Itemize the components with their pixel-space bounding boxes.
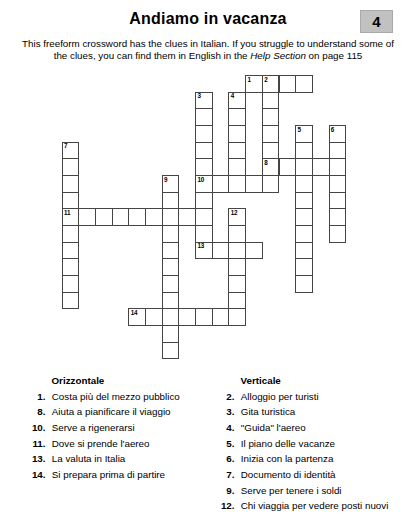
grid-cell[interactable] <box>295 225 313 243</box>
grid-cell[interactable] <box>329 158 347 176</box>
grid-cell[interactable] <box>62 292 80 310</box>
intro-line-2-italic: Help Section <box>250 50 306 61</box>
cell-number: 3 <box>197 93 200 100</box>
cell-number: 7 <box>64 143 67 150</box>
clues-down-list: Verticale 2.Alloggio per turisti3.Gita t… <box>209 373 416 514</box>
clue-number: 7. <box>209 467 235 483</box>
clue-text: Alloggio per turisti <box>241 389 319 405</box>
cell-number: 4 <box>231 93 234 100</box>
clue-item: 14.Si prepara prima di partire <box>20 467 208 483</box>
grid-cell[interactable] <box>62 275 80 293</box>
clue-number: 1. <box>20 389 46 405</box>
grid-cell[interactable] <box>62 242 80 260</box>
grid-cell[interactable]: 13 <box>195 242 213 260</box>
grid-cell[interactable] <box>295 142 313 160</box>
grid-cell[interactable] <box>62 175 80 193</box>
grid-cell[interactable] <box>329 208 347 226</box>
clue-item: 5.Il piano delle vacanze <box>209 436 416 452</box>
grid-cell[interactable] <box>162 292 180 310</box>
grid-cell[interactable] <box>128 208 146 226</box>
cell-number: 8 <box>264 160 267 167</box>
grid-cell[interactable] <box>62 225 80 243</box>
grid-cell[interactable] <box>195 108 213 126</box>
cell-number: 11 <box>64 210 70 217</box>
clue-item: 12.Chi viaggia per vedere posti nuovi <box>209 498 416 514</box>
grid-cell[interactable]: 3 <box>195 92 213 110</box>
grid-cell[interactable] <box>262 125 280 143</box>
clue-text: "Guida" l'aereo <box>241 420 306 436</box>
clue-item: 2.Alloggio per turisti <box>209 389 416 405</box>
grid-cell[interactable]: 14 <box>128 308 146 326</box>
grid-cell[interactable] <box>62 258 80 276</box>
grid-cell[interactable] <box>295 258 313 276</box>
clue-number: 14. <box>20 467 46 483</box>
grid-cell[interactable] <box>95 208 113 226</box>
grid-cell[interactable] <box>228 158 246 176</box>
grid-cell[interactable] <box>245 242 263 260</box>
clue-text: Chi viaggia per vedere posti nuovi <box>241 498 389 514</box>
grid-cell[interactable] <box>228 308 246 326</box>
puzzle-page: Andiamo in vacanza 4 This freeform cross… <box>0 0 416 519</box>
grid-cell[interactable] <box>212 175 230 193</box>
grid-cell[interactable] <box>228 175 246 193</box>
grid-cell[interactable] <box>162 225 180 243</box>
clue-item: 9.Serve per tenere i soldi <box>209 483 416 499</box>
grid-cell[interactable] <box>295 75 313 93</box>
grid-cell[interactable] <box>262 175 280 193</box>
grid-cell[interactable] <box>228 275 246 293</box>
cell-number: 2 <box>264 77 267 84</box>
clue-item: 13.La valuta in Italia <box>20 451 208 467</box>
clue-item: 6.Inizia con la partenza <box>209 451 416 467</box>
grid-cell[interactable] <box>228 108 246 126</box>
grid-cell[interactable] <box>162 242 180 260</box>
grid-cell[interactable]: 6 <box>329 125 347 143</box>
clue-text: Serve a rigenerarsi <box>52 420 135 436</box>
clues-across-heading: Orizzontale <box>52 373 209 389</box>
clue-number: 10. <box>20 420 46 436</box>
grid-cell[interactable] <box>262 142 280 160</box>
grid-cell[interactable] <box>162 275 180 293</box>
grid-cell[interactable] <box>295 175 313 193</box>
grid-cell[interactable]: 4 <box>228 92 246 110</box>
grid-cell[interactable] <box>329 225 347 243</box>
grid-cell[interactable] <box>62 192 80 210</box>
grid-cell[interactable] <box>228 292 246 310</box>
grid-cell[interactable] <box>195 125 213 143</box>
cell-number: 1 <box>247 77 250 84</box>
clue-number: 3. <box>209 404 235 420</box>
cell-number: 5 <box>297 127 300 134</box>
grid-cell[interactable] <box>228 142 246 160</box>
intro-line-2-post: on page 115 <box>306 50 362 61</box>
intro-text: This freeform crossword has the clues in… <box>0 38 416 62</box>
clue-number: 5. <box>209 436 235 452</box>
grid-cell[interactable] <box>228 125 246 143</box>
clue-number: 8. <box>20 404 46 420</box>
intro-line-2-pre: the clues, you can find them in English … <box>54 50 251 61</box>
clue-text: Serve per tenere i soldi <box>241 483 342 499</box>
grid-cell[interactable] <box>162 308 180 326</box>
clue-item: 3.Gita turistica <box>209 404 416 420</box>
grid-cell[interactable] <box>162 325 180 343</box>
grid-cell[interactable] <box>112 208 130 226</box>
grid-cell[interactable] <box>295 242 313 260</box>
grid-cell[interactable]: 2 <box>262 75 280 93</box>
clue-text: Dove si prende l'aereo <box>52 436 150 452</box>
grid-cell[interactable] <box>279 75 297 93</box>
grid-cell[interactable] <box>62 158 80 176</box>
grid-cell[interactable] <box>295 192 313 210</box>
cell-number: 9 <box>164 177 167 184</box>
clue-item: 4."Guida" l'aereo <box>209 420 416 436</box>
clue-text: Si prepara prima di partire <box>52 467 165 483</box>
grid-cell[interactable] <box>295 158 313 176</box>
grid-cell[interactable] <box>178 208 196 226</box>
clue-item: 8.Aiuta a pianificare il viaggio <box>20 404 208 420</box>
grid-cell[interactable] <box>262 92 280 110</box>
grid-cell[interactable]: 7 <box>62 142 80 160</box>
clue-item: 11.Dove si prende l'aereo <box>20 436 208 452</box>
grid-cell[interactable]: 8 <box>262 158 280 176</box>
grid-cell[interactable] <box>162 258 180 276</box>
page-title: Andiamo in vacanza <box>0 10 416 28</box>
intro-line-2: the clues, you can find them in English … <box>0 50 416 62</box>
grid-cell[interactable] <box>212 308 230 326</box>
clue-text: Costa più del mezzo pubblico <box>52 389 180 405</box>
grid-cell[interactable] <box>178 308 196 326</box>
clue-text: Il piano delle vacanze <box>241 436 335 452</box>
grid-cell[interactable] <box>145 308 163 326</box>
grid-cell[interactable]: 12 <box>228 208 246 226</box>
grid-cell[interactable] <box>329 192 347 210</box>
grid-cell[interactable] <box>245 175 263 193</box>
grid-cell[interactable] <box>195 142 213 160</box>
clue-item: 1.Costa più del mezzo pubblico <box>20 389 208 405</box>
cell-number: 13 <box>197 243 204 250</box>
clue-item: 7.Documento di identità <box>209 467 416 483</box>
grid-cell[interactable]: 11 <box>62 208 80 226</box>
grid-cell[interactable] <box>329 142 347 160</box>
cell-number: 10 <box>197 177 204 184</box>
clue-text: Documento di identità <box>241 467 336 483</box>
grid-cell[interactable] <box>295 275 313 293</box>
clue-number: 6. <box>209 451 235 467</box>
cell-number: 14 <box>131 310 138 317</box>
grid-cell[interactable] <box>228 258 246 276</box>
clue-number: 9. <box>209 483 235 499</box>
clues-across-list: Orizzontale 1.Costa più del mezzo pubbli… <box>20 373 208 483</box>
clue-text: Inizia con la partenza <box>241 451 334 467</box>
grid-cell[interactable] <box>228 225 246 243</box>
grid-cell[interactable] <box>78 208 96 226</box>
clue-number: 4. <box>209 420 235 436</box>
page-number-badge: 4 <box>360 10 393 33</box>
page-number: 4 <box>372 13 380 30</box>
crossword-grid: 1234567891011121314 <box>62 75 347 360</box>
clue-number: 12. <box>209 498 235 514</box>
intro-line-1: This freeform crossword has the clues in… <box>0 38 416 50</box>
grid-cell[interactable] <box>312 158 330 176</box>
grid-cell[interactable]: 10 <box>195 175 213 193</box>
clue-text: La valuta in Italia <box>52 451 126 467</box>
grid-cell[interactable] <box>195 158 213 176</box>
clue-text: Aiuta a pianificare il viaggio <box>52 404 171 420</box>
grid-cell[interactable] <box>228 242 246 260</box>
grid-cell[interactable] <box>279 158 297 176</box>
clues-down-heading: Verticale <box>241 373 416 389</box>
clue-number: 13. <box>20 451 46 467</box>
grid-cell[interactable]: 1 <box>245 75 263 93</box>
clue-text: Gita turistica <box>241 404 295 420</box>
grid-cell[interactable] <box>195 208 213 226</box>
grid-cell[interactable] <box>195 192 213 210</box>
cell-number: 12 <box>231 210 238 217</box>
grid-cell[interactable] <box>295 208 313 226</box>
grid-cell[interactable]: 5 <box>295 125 313 143</box>
grid-cell[interactable] <box>329 175 347 193</box>
grid-cell[interactable] <box>195 308 213 326</box>
grid-cell[interactable] <box>145 208 163 226</box>
clue-number: 11. <box>20 436 46 452</box>
clue-item: 10.Serve a rigenerarsi <box>20 420 208 436</box>
grid-cell[interactable] <box>162 342 180 360</box>
grid-cell[interactable] <box>162 192 180 210</box>
grid-cell[interactable] <box>162 208 180 226</box>
grid-cell[interactable] <box>195 225 213 243</box>
grid-cell[interactable] <box>212 242 230 260</box>
cell-number: 6 <box>331 127 334 134</box>
grid-cell[interactable] <box>262 108 280 126</box>
clue-number: 2. <box>209 389 235 405</box>
grid-cell[interactable]: 9 <box>162 175 180 193</box>
